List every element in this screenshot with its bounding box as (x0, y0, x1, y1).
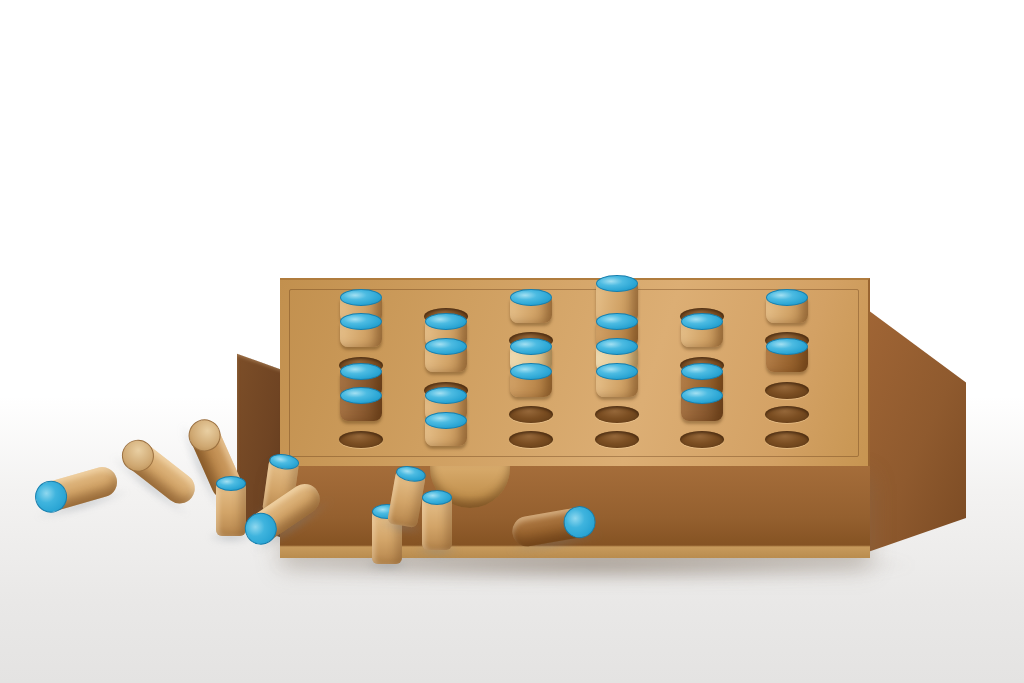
board-cell-r1c0[interactable] (318, 327, 403, 352)
empty-hole[interactable] (595, 406, 639, 423)
peg-blue-top (340, 363, 382, 380)
board-cell-r4c0[interactable] (318, 401, 403, 426)
peg[interactable] (766, 289, 808, 323)
board-grid (318, 302, 830, 450)
board-cell-r5c2[interactable] (489, 425, 574, 450)
peg-blue-top (216, 476, 246, 491)
board-cell-r1c4[interactable] (659, 327, 744, 352)
board-cell-r2c5[interactable] (745, 351, 830, 376)
empty-hole[interactable] (765, 431, 809, 448)
board-cell-r3c2[interactable] (489, 376, 574, 401)
peg-blue-top (510, 363, 552, 380)
peg[interactable] (510, 289, 552, 323)
board-cell-r4c5[interactable] (745, 401, 830, 426)
peg-blue-top (510, 338, 552, 355)
box-right-face (868, 310, 966, 552)
board-cell-r4c3[interactable] (574, 401, 659, 426)
peg-blue-top (766, 338, 808, 355)
loose-peg-9[interactable] (422, 490, 452, 550)
peg-blue-top (510, 289, 552, 306)
product-photo-scene (0, 0, 1024, 683)
empty-hole[interactable] (595, 431, 639, 448)
peg-blue-top (681, 363, 723, 380)
peg-blue-top (425, 338, 467, 355)
peg[interactable] (681, 313, 723, 347)
peg[interactable] (425, 338, 467, 372)
board-cell-r2c1[interactable] (403, 351, 488, 376)
board-cell-r4c4[interactable] (659, 401, 744, 426)
loose-peg-4[interactable] (216, 476, 246, 536)
peg-blue-top (340, 289, 382, 306)
board-cell-r5c1[interactable] (403, 425, 488, 450)
game-board (280, 278, 870, 466)
peg[interactable] (340, 313, 382, 347)
peg[interactable] (681, 387, 723, 421)
board-cell-r4c2[interactable] (489, 401, 574, 426)
peg-wood-body (216, 484, 246, 536)
peg-blue-top (766, 289, 808, 306)
peg-blue-top (596, 363, 638, 380)
peg-blue-top (596, 275, 638, 292)
board-cell-r0c2[interactable] (489, 302, 574, 327)
peg[interactable] (766, 338, 808, 372)
board-cell-r5c5[interactable] (745, 425, 830, 450)
peg-blue-top (425, 412, 467, 429)
peg-wood-body (422, 498, 452, 550)
peg[interactable] (596, 363, 638, 397)
empty-hole[interactable] (339, 431, 383, 448)
empty-hole[interactable] (509, 406, 553, 423)
board-cell-r5c0[interactable] (318, 425, 403, 450)
peg[interactable] (510, 363, 552, 397)
board-cell-r3c3[interactable] (574, 376, 659, 401)
board-cell-r5c3[interactable] (574, 425, 659, 450)
empty-hole[interactable] (765, 382, 809, 399)
empty-hole[interactable] (680, 431, 724, 448)
peg-blue-top (422, 490, 452, 505)
peg[interactable] (340, 387, 382, 421)
empty-hole[interactable] (765, 406, 809, 423)
peg[interactable] (425, 412, 467, 446)
peg-blue-top (596, 338, 638, 355)
empty-hole[interactable] (509, 431, 553, 448)
board-cell-r5c4[interactable] (659, 425, 744, 450)
board-cell-r0c5[interactable] (745, 302, 830, 327)
loose-peg-1[interactable] (35, 464, 120, 515)
board-cell-r3c5[interactable] (745, 376, 830, 401)
